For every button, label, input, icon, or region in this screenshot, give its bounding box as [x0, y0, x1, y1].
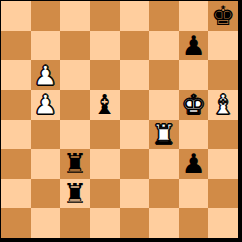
square-d3[interactable]	[90, 149, 120, 179]
square-h8[interactable]: ♚	[208, 1, 238, 31]
square-g3[interactable]: ♟	[179, 149, 209, 179]
square-c3[interactable]: ♜	[60, 149, 90, 179]
square-e3[interactable]	[120, 149, 150, 179]
square-d4[interactable]	[90, 120, 120, 150]
square-e5[interactable]	[120, 90, 150, 120]
square-b6[interactable]: ♟	[31, 60, 61, 90]
square-f8[interactable]	[149, 1, 179, 31]
piece-white-pawn[interactable]: ♟	[33, 62, 57, 89]
square-c1[interactable]	[60, 208, 90, 238]
square-a7[interactable]	[1, 31, 31, 61]
square-d5[interactable]: ♝	[90, 90, 120, 120]
piece-white-pawn[interactable]: ♟	[33, 91, 57, 118]
square-d1[interactable]	[90, 208, 120, 238]
square-d7[interactable]	[90, 31, 120, 61]
piece-black-rook[interactable]: ♜	[63, 180, 87, 207]
chess-board: ♚♟♟♟♝♚♝♜♜♟♜	[1, 1, 238, 238]
square-b1[interactable]	[31, 208, 61, 238]
square-g6[interactable]	[179, 60, 209, 90]
square-g1[interactable]	[179, 208, 209, 238]
piece-black-bishop[interactable]: ♝	[93, 91, 117, 118]
square-g7[interactable]: ♟	[179, 31, 209, 61]
piece-black-rook[interactable]: ♜	[63, 150, 87, 177]
square-h7[interactable]	[208, 31, 238, 61]
square-h6[interactable]	[208, 60, 238, 90]
square-e4[interactable]	[120, 120, 150, 150]
piece-black-pawn[interactable]: ♟	[181, 150, 205, 177]
square-g4[interactable]	[179, 120, 209, 150]
square-f1[interactable]	[149, 208, 179, 238]
square-d2[interactable]	[90, 179, 120, 209]
square-g5[interactable]: ♚	[179, 90, 209, 120]
square-e1[interactable]	[120, 208, 150, 238]
square-e8[interactable]	[120, 1, 150, 31]
square-b7[interactable]	[31, 31, 61, 61]
square-e7[interactable]	[120, 31, 150, 61]
square-h5[interactable]: ♝	[208, 90, 238, 120]
square-h4[interactable]	[208, 120, 238, 150]
square-e2[interactable]	[120, 179, 150, 209]
square-d8[interactable]	[90, 1, 120, 31]
square-b4[interactable]	[31, 120, 61, 150]
square-g8[interactable]	[179, 1, 209, 31]
square-a1[interactable]	[1, 208, 31, 238]
square-a8[interactable]	[1, 1, 31, 31]
square-c6[interactable]	[60, 60, 90, 90]
square-c5[interactable]	[60, 90, 90, 120]
piece-white-king[interactable]: ♚	[181, 91, 205, 118]
square-f6[interactable]	[149, 60, 179, 90]
square-a6[interactable]	[1, 60, 31, 90]
square-a2[interactable]	[1, 179, 31, 209]
piece-black-pawn[interactable]: ♟	[181, 32, 205, 59]
square-a5[interactable]	[1, 90, 31, 120]
square-b5[interactable]: ♟	[31, 90, 61, 120]
square-b3[interactable]	[31, 149, 61, 179]
square-h1[interactable]	[208, 208, 238, 238]
square-c4[interactable]	[60, 120, 90, 150]
square-f3[interactable]	[149, 149, 179, 179]
square-f4[interactable]: ♜	[149, 120, 179, 150]
square-d6[interactable]	[90, 60, 120, 90]
square-b2[interactable]	[31, 179, 61, 209]
square-c2[interactable]: ♜	[60, 179, 90, 209]
piece-black-king[interactable]: ♚	[211, 2, 235, 29]
square-h3[interactable]	[208, 149, 238, 179]
square-c8[interactable]	[60, 1, 90, 31]
piece-white-bishop[interactable]: ♝	[211, 91, 235, 118]
square-c7[interactable]	[60, 31, 90, 61]
chess-board-frame: ♚♟♟♟♝♚♝♜♜♟♜	[0, 0, 242, 242]
square-f2[interactable]	[149, 179, 179, 209]
square-a3[interactable]	[1, 149, 31, 179]
square-h2[interactable]	[208, 179, 238, 209]
square-a4[interactable]	[1, 120, 31, 150]
square-f5[interactable]	[149, 90, 179, 120]
square-f7[interactable]	[149, 31, 179, 61]
square-b8[interactable]	[31, 1, 61, 31]
piece-white-rook[interactable]: ♜	[152, 121, 176, 148]
square-g2[interactable]	[179, 179, 209, 209]
square-e6[interactable]	[120, 60, 150, 90]
